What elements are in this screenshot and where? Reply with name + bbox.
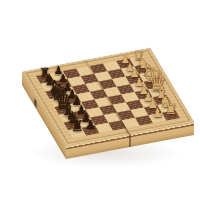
clasp-icon [34,98,36,107]
product-photo: ♜♞♝♛♚♝♞♜♟♟♟♟♟♟♟♟♟♟♟♟♟♟♟♟♜♞♝♛♚♝♞♜ [0,0,200,200]
piece-white-pawn[interactable]: ♟ [152,107,163,119]
piece-black-pawn[interactable]: ♟ [85,119,96,132]
fold-seam-front [129,134,131,147]
piece-white-rook[interactable]: ♜ [164,102,177,116]
piece-black-rook[interactable]: ♜ [70,119,84,134]
